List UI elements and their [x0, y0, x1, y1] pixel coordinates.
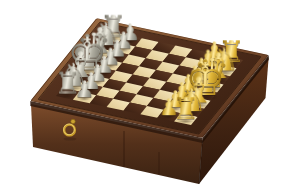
square-h1[interactable]: ♜	[174, 113, 197, 125]
ring-pull-post	[71, 119, 76, 124]
chess-set-photo: Walnut chess case with brass and pewter …	[0, 0, 290, 191]
piece-white-gold-rook[interactable]: ♜	[172, 94, 199, 124]
ring-pull-shadow	[64, 137, 77, 140]
piece-black-silver-pawn[interactable]: ♟	[74, 78, 95, 101]
